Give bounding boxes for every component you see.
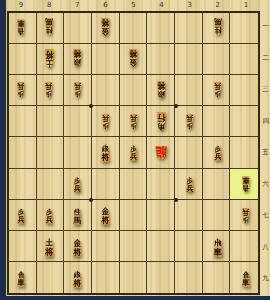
square-2g[interactable]: [203, 200, 231, 231]
square-3a[interactable]: [175, 13, 203, 44]
file-label-2: 2: [204, 0, 232, 10]
square-5a[interactable]: [120, 13, 148, 44]
square-7d[interactable]: [64, 106, 92, 137]
square-1e[interactable]: [230, 137, 258, 168]
file-label-1: 1: [232, 0, 260, 10]
piece-white-knight-8a[interactable]: 桂馬: [35, 11, 63, 43]
piece-kanji: 車: [242, 176, 250, 184]
piece-kanji: 馬: [45, 18, 53, 27]
piece-kanji: 桂: [45, 27, 53, 36]
piece-kanji: 将: [101, 153, 110, 162]
square-9b[interactable]: [9, 44, 37, 75]
rank-label-2: 二: [261, 43, 270, 75]
square-3b[interactable]: [175, 44, 203, 75]
rank-label-4: 四: [261, 106, 270, 138]
piece-black-gold-7h[interactable]: 金将: [63, 232, 91, 264]
square-6h[interactable]: [92, 231, 120, 262]
piece-kanji: 角: [157, 121, 166, 130]
square-2d[interactable]: [203, 106, 231, 137]
piece-kanji: 歩: [17, 90, 24, 98]
square-9e[interactable]: [9, 137, 37, 168]
square-2b[interactable]: [203, 44, 231, 75]
square-4g[interactable]: [147, 200, 175, 231]
file-label-6: 6: [91, 0, 119, 10]
piece-kanji: 将: [129, 49, 138, 58]
piece-black-lance-9i[interactable]: 香車: [7, 263, 35, 295]
square-1a[interactable]: [230, 13, 258, 44]
piece-kanji: 将: [73, 248, 82, 257]
square-3i[interactable]: [175, 262, 203, 293]
piece-black-silver-6e[interactable]: 銀将: [91, 137, 119, 169]
piece-white-pawn-1g[interactable]: 歩兵: [232, 200, 260, 232]
piece-white-pawn-7c[interactable]: 歩兵: [63, 74, 91, 106]
piece-white-dragon-4e[interactable]: 龍: [148, 137, 176, 169]
piece-kanji: 兵: [186, 185, 193, 193]
piece-kanji: 兵: [17, 216, 24, 224]
square-5i[interactable]: [120, 262, 148, 293]
piece-kanji: 兵: [45, 216, 52, 224]
square-8i[interactable]: [37, 262, 65, 293]
square-4h[interactable]: [147, 231, 175, 262]
square-6f[interactable]: [92, 169, 120, 200]
piece-kanji: 馬: [214, 18, 222, 27]
square-7a[interactable]: [64, 13, 92, 44]
square-5f[interactable]: [120, 169, 148, 200]
piece-white-silver-7b[interactable]: 銀将: [63, 43, 91, 75]
square-9d[interactable]: [9, 106, 37, 137]
piece-kanji: 兵: [102, 114, 109, 122]
file-label-9: 9: [7, 0, 35, 10]
file-label-3: 3: [176, 0, 204, 10]
piece-kanji: 兵: [130, 153, 137, 161]
piece-white-pawn-9c[interactable]: 歩兵: [7, 74, 35, 106]
piece-kanji: 金: [101, 27, 110, 36]
square-9f[interactable]: [9, 169, 37, 200]
piece-kanji: 行: [157, 112, 166, 121]
piece-kanji: 歩: [214, 90, 221, 98]
piece-white-bishop-4d[interactable]: 角行: [148, 106, 176, 138]
rank-label-5: 五: [261, 137, 270, 169]
piece-kanji: 兵: [214, 153, 221, 161]
piece-black-knight-7g[interactable]: 桂馬: [63, 200, 91, 232]
piece-black-pawn-9g[interactable]: 歩兵: [7, 200, 35, 232]
square-8d[interactable]: [37, 106, 65, 137]
piece-kanji: 歩: [242, 216, 249, 224]
file-label-7: 7: [63, 0, 91, 10]
piece-kanji: 車: [213, 248, 222, 257]
piece-black-pawn-5e[interactable]: 歩兵: [119, 137, 147, 169]
square-3h[interactable]: [175, 231, 203, 262]
file-coordinates: 987654321: [7, 0, 260, 10]
piece-kanji: 兵: [17, 82, 24, 90]
piece-black-gold-6g[interactable]: 金将: [91, 200, 119, 232]
piece-white-pawn-5d[interactable]: 歩兵: [119, 106, 147, 138]
piece-kanji: 兵: [214, 82, 221, 90]
piece-white-lance-9a[interactable]: 香車: [7, 11, 35, 43]
square-4a[interactable]: [147, 13, 175, 44]
piece-kanji: 歩: [45, 90, 52, 98]
piece-kanji: 将: [101, 216, 110, 225]
piece-black-pawn-3f[interactable]: 歩兵: [176, 169, 204, 201]
piece-black-silver-7i[interactable]: 銀将: [63, 263, 91, 295]
piece-kanji: 桂: [214, 27, 222, 36]
piece-kanji: 香: [242, 185, 250, 193]
piece-kanji: 車: [242, 279, 250, 287]
piece-white-gold-5b[interactable]: 金将: [119, 43, 147, 75]
rank-label-9: 九: [261, 263, 270, 295]
square-4b[interactable]: [147, 44, 175, 75]
piece-kanji: 馬: [73, 216, 81, 225]
square-2f[interactable]: [203, 169, 231, 200]
rank-label-3: 三: [261, 74, 270, 106]
piece-black-rook-2h[interactable]: 飛車: [204, 232, 232, 264]
square-3e[interactable]: [175, 137, 203, 168]
piece-kanji: 兵: [186, 114, 193, 122]
square-8e[interactable]: [37, 137, 65, 168]
piece-white-pawn-8c[interactable]: 歩兵: [35, 74, 63, 106]
piece-kanji: 銀: [73, 58, 82, 67]
square-5g[interactable]: [120, 200, 148, 231]
star-point: [174, 198, 178, 202]
piece-kanji: 歩: [186, 121, 193, 129]
piece-black-king-8h[interactable]: 王将: [35, 232, 63, 264]
square-4i[interactable]: [147, 262, 175, 293]
piece-white-pawn-6d[interactable]: 歩兵: [91, 106, 119, 138]
rank-coordinates: 一二三四五六七八九: [261, 11, 270, 295]
square-6i[interactable]: [92, 262, 120, 293]
square-9h[interactable]: [9, 231, 37, 262]
piece-kanji: 将: [73, 49, 82, 58]
square-1d[interactable]: [230, 106, 258, 137]
piece-kanji: 歩: [130, 121, 137, 129]
square-1h[interactable]: [230, 231, 258, 262]
square-7e[interactable]: [64, 137, 92, 168]
piece-white-pawn-3d[interactable]: 歩兵: [176, 106, 204, 138]
star-point: [174, 104, 178, 108]
rank-label-8: 八: [261, 232, 270, 264]
star-point: [89, 198, 93, 202]
rank-label-7: 七: [261, 200, 270, 232]
piece-kanji: 将: [45, 248, 54, 257]
square-3c[interactable]: [175, 75, 203, 106]
piece-black-lance-1i[interactable]: 香車: [232, 263, 260, 295]
file-label-8: 8: [35, 0, 63, 10]
piece-white-gold-6a[interactable]: 金将: [91, 11, 119, 43]
piece-kanji: 王: [45, 58, 54, 67]
square-1c[interactable]: [230, 75, 258, 106]
rank-label-6: 六: [261, 169, 270, 201]
square-6b[interactable]: [92, 44, 120, 75]
piece-kanji: 兵: [242, 208, 249, 216]
piece-kanji: 将: [101, 18, 110, 27]
piece-kanji: 龍: [155, 146, 168, 159]
file-label-4: 4: [148, 0, 176, 10]
piece-black-pawn-2e[interactable]: 歩兵: [204, 137, 232, 169]
piece-kanji: 歩: [74, 90, 81, 98]
piece-kanji: 兵: [74, 185, 81, 193]
square-6c[interactable]: [92, 75, 120, 106]
piece-kanji: 兵: [74, 82, 81, 90]
piece-kanji: 歩: [102, 121, 109, 129]
piece-kanji: 将: [73, 279, 82, 288]
piece-white-silver-4c[interactable]: 銀将: [148, 74, 176, 106]
piece-white-knight-2a[interactable]: 桂馬: [204, 11, 232, 43]
piece-kanji: 将: [157, 81, 166, 90]
square-5h[interactable]: [120, 231, 148, 262]
square-8f[interactable]: [37, 169, 65, 200]
piece-black-pawn-8g[interactable]: 歩兵: [35, 200, 63, 232]
piece-kanji: 銀: [157, 90, 166, 99]
file-label-5: 5: [119, 0, 147, 10]
piece-black-pawn-7f[interactable]: 歩兵: [63, 169, 91, 201]
square-5c[interactable]: [120, 75, 148, 106]
piece-kanji: 将: [45, 49, 54, 58]
piece-kanji: 車: [17, 279, 25, 287]
square-2i[interactable]: [203, 262, 231, 293]
star-point: [89, 104, 93, 108]
square-3g[interactable]: [175, 200, 203, 231]
piece-white-king-8b[interactable]: 王将: [35, 43, 63, 75]
piece-white-pawn-2c[interactable]: 歩兵: [204, 74, 232, 106]
piece-kanji: 車: [17, 19, 25, 27]
square-1b[interactable]: [230, 44, 258, 75]
piece-kanji: 兵: [45, 82, 52, 90]
piece-white-lance-1f[interactable]: 香車: [232, 169, 260, 201]
piece-kanji: 金: [129, 58, 138, 67]
square-4f[interactable]: [147, 169, 175, 200]
piece-kanji: 兵: [130, 114, 137, 122]
rank-label-1: 一: [261, 11, 270, 43]
